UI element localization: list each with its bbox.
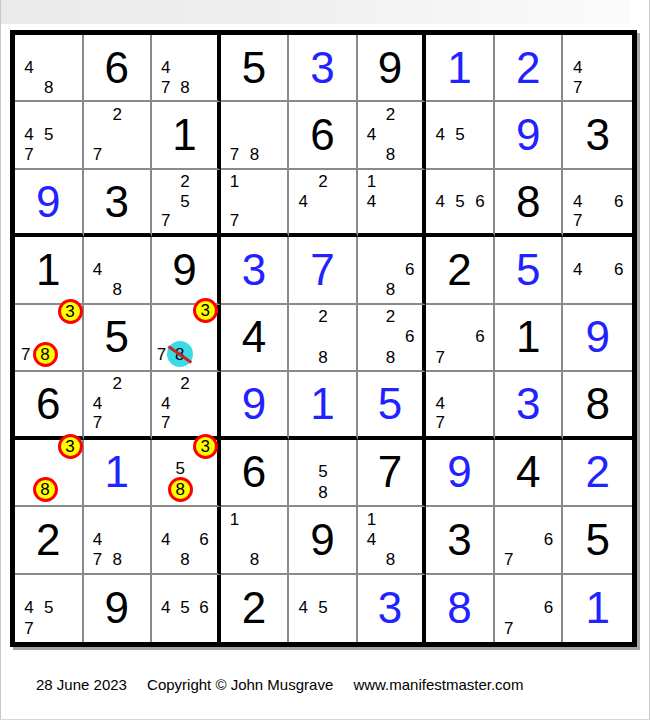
candidate-digit: 7 [230,212,239,229]
pencil-marks: 14 [358,170,423,233]
cell-r7c3[interactable]: 358 [152,440,221,507]
candidate-digit: 1 [230,511,239,528]
candidate-digit: 7 [230,146,239,163]
given-digit: 6 [15,372,82,435]
cell-r8c6[interactable]: 148 [358,507,427,574]
cell-r2c6[interactable]: 248 [358,102,427,169]
pencil-marks: 358 [152,440,217,505]
candidate-digit: 4 [161,531,170,548]
cell-r6c7[interactable]: 47 [426,372,495,439]
cell-r4c1[interactable]: 1 [15,237,84,304]
given-digit: 7 [358,440,423,505]
candidate-digit: 7 [504,551,513,568]
pencil-marks: 28 [289,305,356,370]
cell-r2c1[interactable]: 457 [15,102,84,169]
cell-r2c9[interactable]: 3 [563,102,632,169]
cell-r8c7[interactable]: 3 [426,507,495,574]
given-digit: 1 [15,237,82,302]
candidate-digit: 7 [24,620,33,637]
solved-digit: 8 [426,575,493,642]
page-left-edge [0,0,1,720]
candidate-digit: 4 [298,193,307,210]
pencil-marks: 18 [221,507,288,572]
candidate-digit: 5 [455,193,464,210]
pencil-marks: 378 [15,305,82,370]
pencil-marks: 48 [15,35,82,100]
candidate-digit: 5 [175,460,184,477]
candidate-digit: 7 [504,620,513,637]
cell-r8c3[interactable]: 468 [152,507,221,574]
solved-digit: 7 [289,237,356,302]
pencil-marks: 46 [563,237,632,302]
pencil-marks: 78 [221,102,288,167]
candidate-digit: 2 [386,308,395,325]
pencil-marks: 456 [426,170,493,233]
given-digit: 8 [563,372,632,435]
solved-digit: 9 [426,440,493,505]
candidate-digit: 8 [386,551,395,568]
pencil-marks: 478 [152,35,217,100]
candidate-digit: 8 [318,349,327,366]
cell-r1c3[interactable]: 478 [152,35,221,102]
pencil-marks: 17 [221,170,288,233]
candidate-digit: 4 [367,126,376,143]
cell-r3c9[interactable]: 467 [563,170,632,237]
candidate-digit: 6 [199,531,208,548]
cell-r1c6[interactable]: 9 [358,35,427,102]
candidate-digit: 7 [24,146,33,163]
given-digit: 2 [15,507,82,572]
candidate-digit: 4 [93,531,102,548]
cell-r4c2[interactable]: 48 [84,237,153,304]
candidate-eliminated: 8 [167,341,193,367]
given-digit: 1 [495,305,562,370]
candidate-digit: 2 [318,308,327,325]
pencil-marks: 47 [563,35,632,100]
candidate-digit: 4 [298,599,307,616]
given-digit: 9 [84,575,151,642]
cell-r5c9[interactable]: 9 [563,305,632,372]
candidate-digit: 4 [161,395,170,412]
solved-digit: 1 [84,440,151,505]
candidate-digit: 6 [614,193,623,210]
given-digit: 9 [358,35,423,100]
cell-r3c2[interactable]: 3 [84,170,153,237]
cell-r6c9[interactable]: 8 [563,372,632,439]
cell-r5c1[interactable]: 378 [15,305,84,372]
cell-r4c8[interactable]: 5 [495,237,564,304]
candidate-digit: 5 [44,599,53,616]
given-digit: 4 [221,305,288,370]
candidate-digit: 6 [405,261,414,278]
candidate-digit: 7 [93,551,102,568]
candidate-digit: 6 [544,531,553,548]
cell-r2c8[interactable]: 9 [495,102,564,169]
cell-r5c2[interactable]: 5 [84,305,153,372]
candidate-digit: 6 [199,599,208,616]
candidate-digit: 1 [367,173,376,190]
solved-digit: 3 [289,35,356,100]
pencil-marks: 45 [289,575,356,642]
cell-r9c7[interactable]: 8 [426,575,495,642]
solved-digit: 2 [495,35,562,100]
footer: 28 June 2023 Copyright © John Musgrave w… [36,676,523,693]
cell-r8c4[interactable]: 18 [221,507,290,574]
solved-digit: 1 [563,575,632,642]
footer-copyright: Copyright © John Musgrave [147,676,333,693]
solved-digit: 9 [221,372,288,435]
cell-r3c7[interactable]: 456 [426,170,495,237]
cell-r3c3[interactable]: 257 [152,170,221,237]
solved-digit: 9 [563,305,632,370]
sudoku-board: 4864785391247457271786248459393257172414… [10,30,637,647]
candidate-digit: 6 [475,328,484,345]
pencil-marks: 378 [152,305,217,370]
cell-r5c7[interactable]: 67 [426,305,495,372]
candidate-digit: 5 [44,126,53,143]
given-digit: 6 [221,440,288,505]
candidate-digit: 8 [44,79,53,96]
given-digit: 6 [84,35,151,100]
candidate-digit: 8 [318,484,327,501]
given-digit: 4 [495,440,562,505]
cell-r2c4[interactable]: 78 [221,102,290,169]
solved-digit: 3 [495,372,562,435]
cell-r7c8[interactable]: 4 [495,440,564,507]
candidate-digit: 4 [436,193,445,210]
pencil-marks: 67 [426,305,493,370]
candidate-digit: 2 [180,375,189,392]
given-digit: 1 [152,102,217,167]
cell-r2c5[interactable]: 6 [289,102,358,169]
cell-r9c4[interactable]: 2 [221,575,290,642]
candidate-digit: 7 [93,414,102,431]
cell-r5c3[interactable]: 378 [152,305,221,372]
pencil-marks: 247 [152,372,217,435]
given-digit: 3 [426,507,493,572]
cell-r8c8[interactable]: 67 [495,507,564,574]
candidate-digit: 8 [180,551,189,568]
cell-r2c3[interactable]: 1 [152,102,221,169]
cell-r1c5[interactable]: 3 [289,35,358,102]
pencil-marks: 478 [84,507,151,572]
solved-digit: 9 [495,102,562,167]
cell-r9c2[interactable]: 9 [84,575,153,642]
pencil-marks: 45 [426,102,493,167]
cell-r9c5[interactable]: 45 [289,575,358,642]
cell-r3c5[interactable]: 24 [289,170,358,237]
given-digit: 6 [289,102,356,167]
candidate-circled: 3 [58,299,83,324]
candidate-digit: 5 [180,599,189,616]
candidate-circled: 3 [193,434,218,459]
given-digit: 5 [563,507,632,572]
cell-r1c8[interactable]: 2 [495,35,564,102]
pencil-marks: 67 [495,507,562,572]
candidate-digit: 4 [573,193,582,210]
candidate-digit: 2 [180,173,189,190]
candidate-circled: 8 [168,477,193,502]
candidate-digit: 4 [436,395,445,412]
candidate-digit: 8 [250,146,259,163]
cell-r8c1[interactable]: 2 [15,507,84,574]
candidate-circled: 3 [193,298,218,323]
cell-r4c4[interactable]: 3 [221,237,290,304]
candidate-digit: 4 [367,531,376,548]
pencil-marks: 247 [84,372,151,435]
footer-url: www.manifestmaster.com [353,676,523,693]
pencil-marks: 27 [84,102,151,167]
cell-r1c2[interactable]: 6 [84,35,153,102]
cell-r6c2[interactable]: 247 [84,372,153,439]
candidate-digit: 6 [544,599,553,616]
cell-r1c7[interactable]: 1 [426,35,495,102]
candidate-digit: 4 [161,59,170,76]
candidate-digit: 8 [180,79,189,96]
pencil-marks: 48 [84,237,151,302]
candidate-digit: 4 [24,599,33,616]
candidate-digit: 7 [161,79,170,96]
cell-r1c9[interactable]: 47 [563,35,632,102]
given-digit: 2 [221,575,288,642]
pencil-marks: 248 [358,102,423,167]
cell-r4c3[interactable]: 9 [152,237,221,304]
cell-r6c4[interactable]: 9 [221,372,290,439]
candidate-digit: 2 [318,173,327,190]
pencil-marks: 68 [358,237,423,302]
cell-r5c6[interactable]: 268 [358,305,427,372]
given-digit: 2 [426,237,493,302]
cell-r3c8[interactable]: 8 [495,170,564,237]
pencil-marks: 257 [152,170,217,233]
candidate-digit: 4 [24,126,33,143]
given-digit: 8 [495,170,562,233]
candidate-digit: 4 [436,126,445,143]
cell-r6c5[interactable]: 1 [289,372,358,439]
cell-r7c6[interactable]: 7 [358,440,427,507]
candidate-digit: 4 [367,193,376,210]
candidate-digit: 7 [157,346,166,363]
cell-r8c9[interactable]: 5 [563,507,632,574]
cell-r6c3[interactable]: 247 [152,372,221,439]
cell-r5c8[interactable]: 1 [495,305,564,372]
cell-r7c1[interactable]: 38 [15,440,84,507]
solved-digit: 1 [426,35,493,100]
candidate-circled: 3 [58,434,83,459]
pencil-marks: 457 [15,575,82,642]
cell-r6c8[interactable]: 3 [495,372,564,439]
given-digit: 5 [221,35,288,100]
solved-digit: 2 [563,440,632,505]
candidate-digit: 8 [386,146,395,163]
candidate-digit: 8 [250,551,259,568]
candidate-circled: 8 [33,342,58,367]
cell-r8c5[interactable]: 9 [289,507,358,574]
given-digit: 3 [84,170,151,233]
solved-digit: 5 [358,372,423,435]
given-digit: 9 [289,507,356,572]
pencil-marks: 468 [152,507,217,572]
candidate-digit: 6 [405,328,414,345]
cell-r1c4[interactable]: 5 [221,35,290,102]
candidate-digit: 7 [93,146,102,163]
cell-r5c4[interactable]: 4 [221,305,290,372]
pencil-marks: 47 [426,372,493,435]
candidate-digit: 4 [93,395,102,412]
cell-r3c4[interactable]: 17 [221,170,290,237]
cell-r9c1[interactable]: 457 [15,575,84,642]
solved-digit: 3 [221,237,288,302]
candidate-digit: 5 [180,193,189,210]
candidate-digit: 8 [386,349,395,366]
pencil-marks: 457 [15,102,82,167]
cell-r9c8[interactable]: 67 [495,575,564,642]
cell-r9c6[interactable]: 3 [358,575,427,642]
cell-r7c7[interactable]: 9 [426,440,495,507]
candidate-digit: 4 [573,261,582,278]
candidate-digit: 6 [614,261,623,278]
cell-r7c2[interactable]: 1 [84,440,153,507]
cell-r6c1[interactable]: 6 [15,372,84,439]
cell-r3c6[interactable]: 14 [358,170,427,237]
cell-r4c6[interactable]: 68 [358,237,427,304]
cell-r7c4[interactable]: 6 [221,440,290,507]
cell-r4c9[interactable]: 46 [563,237,632,304]
cell-r6c6[interactable]: 5 [358,372,427,439]
cell-r9c3[interactable]: 456 [152,575,221,642]
cell-r9c9[interactable]: 1 [563,575,632,642]
cell-r2c2[interactable]: 27 [84,102,153,169]
pencil-marks: 67 [495,575,562,642]
candidate-digit: 8 [113,281,122,298]
candidate-digit: 7 [436,414,445,431]
candidate-digit: 7 [573,79,582,96]
candidate-digit: 2 [113,375,122,392]
pencil-marks: 467 [563,170,632,233]
pencil-marks: 456 [152,575,217,642]
candidate-digit: 4 [93,261,102,278]
candidate-digit: 4 [573,59,582,76]
cell-r3c1[interactable]: 9 [15,170,84,237]
solved-digit: 1 [289,372,356,435]
given-digit: 5 [84,305,151,370]
cell-r7c5[interactable]: 58 [289,440,358,507]
candidate-digit: 7 [573,212,582,229]
candidate-digit: 4 [24,59,33,76]
candidate-digit: 7 [436,349,445,366]
given-digit: 9 [152,237,217,302]
candidate-digit: 1 [230,173,239,190]
candidate-circled: 8 [33,477,58,502]
solved-digit: 3 [358,575,423,642]
candidate-digit: 8 [386,281,395,298]
candidate-digit: 6 [475,193,484,210]
cell-r7c9[interactable]: 2 [563,440,632,507]
candidate-digit: 5 [455,126,464,143]
footer-date: 28 June 2023 [36,676,127,693]
pencil-marks: 268 [358,305,423,370]
cell-r4c5[interactable]: 7 [289,237,358,304]
cell-r5c5[interactable]: 28 [289,305,358,372]
solved-digit: 5 [495,237,562,302]
candidate-digit: 7 [161,414,170,431]
candidate-digit: 8 [113,551,122,568]
pencil-marks: 58 [289,440,356,505]
given-digit: 3 [563,102,632,167]
pencil-marks: 148 [358,507,423,572]
candidate-digit: 7 [21,346,30,363]
pencil-marks: 24 [289,170,356,233]
candidate-digit: 5 [318,599,327,616]
candidate-digit: 2 [386,106,395,123]
cell-r4c7[interactable]: 2 [426,237,495,304]
pencil-marks: 38 [15,440,82,505]
cell-r8c2[interactable]: 478 [84,507,153,574]
cell-r2c7[interactable]: 45 [426,102,495,169]
candidate-digit: 4 [161,599,170,616]
window-topbar [1,0,631,24]
candidate-digit: 1 [367,511,376,528]
candidate-digit: 2 [113,106,122,123]
solved-digit: 9 [15,170,82,233]
candidate-digit: 7 [161,212,170,229]
candidate-digit: 5 [318,463,327,480]
cell-r1c1[interactable]: 48 [15,35,84,102]
